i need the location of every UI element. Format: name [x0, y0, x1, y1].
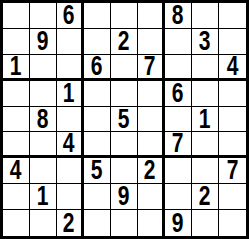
cell-r2c6[interactable]	[138, 29, 165, 55]
given-digit: 1	[10, 55, 22, 80]
given-digit: 8	[37, 107, 49, 133]
cell-r5c9[interactable]	[219, 107, 246, 133]
cell-r7c4[interactable]: 5	[84, 158, 111, 184]
given-digit: 4	[10, 158, 22, 184]
cell-r4c2[interactable]	[30, 81, 57, 107]
given-digit: 9	[37, 29, 49, 55]
cell-r2c2[interactable]: 9	[30, 29, 57, 55]
cell-r1c4[interactable]	[84, 3, 111, 29]
cell-r7c2[interactable]	[30, 158, 57, 184]
given-digit: 4	[63, 132, 75, 157]
cell-r1c1[interactable]	[3, 3, 30, 29]
given-digit: 2	[144, 158, 156, 184]
given-digit: 2	[199, 184, 211, 210]
given-digit: 6	[172, 81, 184, 107]
cell-r2c1[interactable]	[3, 29, 30, 55]
cell-r5c4[interactable]	[84, 107, 111, 133]
cell-r1c2[interactable]	[30, 3, 57, 29]
cell-r9c8[interactable]	[192, 210, 219, 236]
cell-r6c5[interactable]	[111, 132, 138, 158]
cell-r9c4[interactable]	[84, 210, 111, 236]
cell-r7c5[interactable]	[111, 158, 138, 184]
given-digit: 1	[63, 81, 75, 107]
cell-r4c9[interactable]	[219, 81, 246, 107]
given-digit: 5	[118, 107, 130, 133]
cell-r9c7[interactable]: 9	[165, 210, 192, 236]
given-digit: 1	[199, 107, 211, 133]
cell-r1c9[interactable]	[219, 3, 246, 29]
sudoku-board: 6892316741685147452719229	[0, 0, 249, 239]
cell-r6c3[interactable]: 4	[57, 132, 84, 158]
cell-r8c6[interactable]	[138, 184, 165, 210]
cell-r3c2[interactable]	[30, 55, 57, 81]
cell-r1c5[interactable]	[111, 3, 138, 29]
cell-r5c5[interactable]: 5	[111, 107, 138, 133]
cell-r3c1[interactable]: 1	[3, 55, 30, 81]
cell-r5c3[interactable]	[57, 107, 84, 133]
given-digit: 4	[227, 55, 239, 80]
given-digit: 7	[227, 158, 239, 184]
cell-r1c3[interactable]: 6	[57, 3, 84, 29]
given-digit: 7	[144, 55, 156, 80]
cell-r3c9[interactable]: 4	[219, 55, 246, 81]
cell-r4c1[interactable]	[3, 81, 30, 107]
cell-r6c9[interactable]	[219, 132, 246, 158]
cell-r3c4[interactable]: 6	[84, 55, 111, 81]
given-digit: 2	[118, 29, 130, 55]
cell-r9c5[interactable]	[111, 210, 138, 236]
cell-r4c5[interactable]	[111, 81, 138, 107]
cell-r2c7[interactable]	[165, 29, 192, 55]
cell-r4c8[interactable]	[192, 81, 219, 107]
cell-r9c1[interactable]	[3, 210, 30, 236]
cell-r9c3[interactable]: 2	[57, 210, 84, 236]
cell-r7c1[interactable]: 4	[3, 158, 30, 184]
cell-r7c8[interactable]	[192, 158, 219, 184]
cell-r2c5[interactable]: 2	[111, 29, 138, 55]
given-digit: 6	[91, 55, 103, 80]
given-digit: 2	[63, 210, 75, 236]
cell-r8c1[interactable]	[3, 184, 30, 210]
cell-r2c9[interactable]	[219, 29, 246, 55]
given-digit: 1	[37, 184, 49, 210]
cell-r9c2[interactable]	[30, 210, 57, 236]
cell-r4c7[interactable]: 6	[165, 81, 192, 107]
cell-r8c2[interactable]: 1	[30, 184, 57, 210]
cell-r9c6[interactable]	[138, 210, 165, 236]
cell-r3c3[interactable]	[57, 55, 84, 81]
cell-r4c6[interactable]	[138, 81, 165, 107]
cell-r3c6[interactable]: 7	[138, 55, 165, 81]
cell-r6c4[interactable]	[84, 132, 111, 158]
cell-r5c7[interactable]	[165, 107, 192, 133]
cell-r9c9[interactable]	[219, 210, 246, 236]
cell-r5c8[interactable]: 1	[192, 107, 219, 133]
cell-r3c5[interactable]	[111, 55, 138, 81]
given-digit: 8	[172, 3, 184, 29]
cell-r6c7[interactable]: 7	[165, 132, 192, 158]
given-digit: 9	[172, 210, 184, 236]
cell-r1c6[interactable]	[138, 3, 165, 29]
given-digit: 3	[199, 29, 211, 55]
given-digit: 7	[172, 132, 184, 157]
given-digit: 5	[91, 158, 103, 184]
cell-r8c4[interactable]	[84, 184, 111, 210]
cell-r7c3[interactable]	[57, 158, 84, 184]
cell-r6c8[interactable]	[192, 132, 219, 158]
cell-r2c4[interactable]	[84, 29, 111, 55]
cell-r8c3[interactable]	[57, 184, 84, 210]
cell-r8c9[interactable]	[219, 184, 246, 210]
given-digit: 6	[63, 3, 75, 29]
cell-r3c8[interactable]	[192, 55, 219, 81]
cell-r5c1[interactable]	[3, 107, 30, 133]
cell-r6c1[interactable]	[3, 132, 30, 158]
cell-r6c2[interactable]	[30, 132, 57, 158]
given-digit: 9	[118, 184, 130, 210]
cell-r5c6[interactable]	[138, 107, 165, 133]
cell-r8c7[interactable]	[165, 184, 192, 210]
cell-r4c3[interactable]: 1	[57, 81, 84, 107]
cell-r7c7[interactable]	[165, 158, 192, 184]
cell-r3c7[interactable]	[165, 55, 192, 81]
cell-r8c5[interactable]: 9	[111, 184, 138, 210]
cell-r1c7[interactable]: 8	[165, 3, 192, 29]
cell-r2c8[interactable]: 3	[192, 29, 219, 55]
cell-r1c8[interactable]	[192, 3, 219, 29]
cell-r7c6[interactable]: 2	[138, 158, 165, 184]
cell-r8c8[interactable]: 2	[192, 184, 219, 210]
cell-r6c6[interactable]	[138, 132, 165, 158]
cell-r5c2[interactable]: 8	[30, 107, 57, 133]
cell-r2c3[interactable]	[57, 29, 84, 55]
cell-r7c9[interactable]: 7	[219, 158, 246, 184]
cell-r4c4[interactable]	[84, 81, 111, 107]
